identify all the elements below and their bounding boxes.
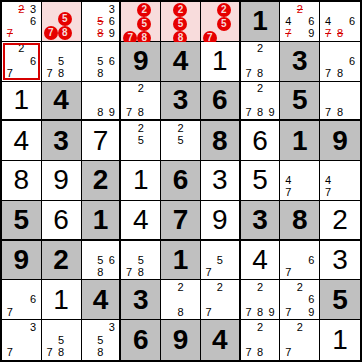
candidate-7: 7 <box>282 187 294 199</box>
cell-r8c4[interactable]: 3 <box>121 280 161 320</box>
candidate-8-eliminated: 8 <box>334 28 346 40</box>
given-digit: 1 <box>93 206 109 234</box>
candidates: 358 <box>82 320 120 360</box>
given-digit: 6 <box>173 166 189 194</box>
candidates: 278 <box>121 82 160 120</box>
candidate-6: 6 <box>306 294 318 306</box>
candidate-6: 6 <box>306 254 318 266</box>
given-digit: 3 <box>292 47 308 75</box>
solved-digit: 5 <box>252 166 268 194</box>
candidates: 258 <box>161 2 200 41</box>
candidate-7: 7 <box>322 106 334 118</box>
candidate-7: 7 <box>322 187 334 199</box>
candidate-3: 3 <box>106 3 117 15</box>
candidate-5: 5 <box>135 135 147 147</box>
candidates: 47 <box>280 161 319 200</box>
cell-r3c6[interactable]: 6 <box>201 82 241 122</box>
candidate-8: 8 <box>254 306 266 318</box>
candidate-8: 8 <box>95 67 106 79</box>
candidate-2-eliminated: 2 <box>294 3 306 15</box>
cell-r7c6[interactable]: 57 <box>201 241 241 281</box>
given-digit: 5 <box>292 86 308 114</box>
candidates: 2789 <box>241 82 280 120</box>
cell-r6c4[interactable]: 4 <box>121 201 161 241</box>
solved-digit: 4 <box>14 127 30 155</box>
cell-r4c7[interactable]: 6 <box>241 121 281 161</box>
solved-digit: 4 <box>252 246 268 274</box>
candidates: 257 <box>201 2 239 41</box>
candidates: 67 <box>2 280 41 319</box>
cell-r8c9[interactable]: 5 <box>320 280 360 320</box>
candidate-8: 8 <box>95 346 106 359</box>
candidate-7: 7 <box>4 346 16 359</box>
cell-r6c2[interactable]: 6 <box>42 201 82 241</box>
cell-r2c2[interactable]: 578 <box>42 42 82 82</box>
cell-r5c5[interactable]: 6 <box>161 161 201 201</box>
candidate-6: 6 <box>27 294 39 306</box>
candidate-2: 2 <box>294 281 306 293</box>
candidate-6: 6 <box>106 254 117 266</box>
cell-r9c1[interactable]: 37 <box>2 320 42 360</box>
candidate-5: 5 <box>55 55 67 67</box>
solved-digit: 3 <box>332 246 348 274</box>
candidate-8: 8 <box>95 106 106 118</box>
candidates: 568 <box>82 241 120 280</box>
candidate-5: 5 <box>214 254 225 266</box>
cell-r8c3[interactable]: 4 <box>82 280 122 320</box>
cell-r2c3[interactable]: 568 <box>82 42 122 82</box>
cell-r5c8[interactable]: 47 <box>280 161 320 201</box>
cell-r5c2[interactable]: 9 <box>42 161 82 201</box>
cell-r6c8[interactable]: 8 <box>280 201 320 241</box>
cell-r4c5[interactable]: 25 <box>161 121 201 161</box>
candidate-3: 3 <box>106 321 117 334</box>
solved-digit: 8 <box>14 166 30 194</box>
solved-digit: 7 <box>93 127 109 155</box>
sudoku-board: 2367578356892578258257124679467826757856… <box>0 0 362 362</box>
given-digit: 9 <box>133 47 149 75</box>
candidates: 25 <box>161 121 200 160</box>
given-digit: 3 <box>53 127 69 155</box>
candidates: 678 <box>320 42 360 81</box>
given-digit: 5 <box>14 206 30 234</box>
cell-r4c9[interactable]: 9 <box>320 121 360 161</box>
candidate-5: 5 <box>95 254 106 266</box>
candidate-6: 6 <box>306 15 318 27</box>
cell-r9c7[interactable]: 278 <box>241 320 281 360</box>
cell-r2c4[interactable]: 9 <box>121 42 161 82</box>
candidate-2-highlighted: 2 <box>217 3 231 17</box>
candidate-5-highlighted: 5 <box>173 17 187 31</box>
cell-r1c5[interactable]: 258 <box>161 2 201 42</box>
cell-r5c7[interactable]: 5 <box>241 161 281 201</box>
candidate-8: 8 <box>175 306 187 318</box>
cell-r1c9[interactable]: 4678 <box>320 2 360 42</box>
cell-r6c6[interactable]: 9 <box>201 201 241 241</box>
candidates: 89 <box>82 82 120 120</box>
candidates: 2789 <box>241 280 280 319</box>
candidates: 2367 <box>2 2 41 41</box>
candidate-7: 7 <box>203 306 214 318</box>
cell-r3c1[interactable]: 1 <box>2 82 42 122</box>
cell-r7c7[interactable]: 4 <box>241 241 281 281</box>
solved-digit: 1 <box>14 86 30 114</box>
candidate-7: 7 <box>44 346 56 359</box>
candidate-6: 6 <box>27 55 39 67</box>
candidate-7: 7 <box>203 266 214 278</box>
cell-r6c3[interactable]: 1 <box>82 201 122 241</box>
candidate-7: 7 <box>44 67 56 79</box>
cell-r8c1[interactable]: 67 <box>2 280 42 320</box>
candidates: 278 <box>241 320 280 360</box>
given-digit: 1 <box>252 7 268 35</box>
cell-r3c8[interactable]: 5 <box>280 82 320 122</box>
candidates: 578 <box>42 320 81 360</box>
cell-r6c1[interactable]: 5 <box>2 201 42 241</box>
cell-r4c3[interactable]: 7 <box>82 121 122 161</box>
cell-r3c9[interactable]: 78 <box>320 82 360 122</box>
candidates: 57 <box>201 241 239 280</box>
candidates: 27 <box>280 320 319 360</box>
candidates: 28 <box>161 280 200 319</box>
candidate-7: 7 <box>282 306 294 318</box>
cell-r7c8[interactable]: 67 <box>280 241 320 281</box>
candidate-8: 8 <box>254 346 266 359</box>
solved-digit: 4 <box>133 206 149 234</box>
solved-digit: 1 <box>133 166 149 194</box>
candidates: 568 <box>82 42 120 81</box>
cell-r2c6[interactable]: 1 <box>201 42 241 82</box>
candidate-2: 2 <box>175 281 187 293</box>
solved-digit: 6 <box>53 206 69 234</box>
cell-r3c4[interactable]: 278 <box>121 82 161 122</box>
cell-r4c2[interactable]: 3 <box>42 121 82 161</box>
candidate-7: 7 <box>243 67 255 79</box>
cell-r1c1[interactable]: 2367 <box>2 2 42 42</box>
candidate-4: 4 <box>282 15 294 27</box>
cell-r8c6[interactable]: 27 <box>201 280 241 320</box>
cell-r3c2[interactable]: 4 <box>42 82 82 122</box>
candidate-6: 6 <box>106 15 117 27</box>
cell-r8c5[interactable]: 28 <box>161 280 201 320</box>
candidate-4: 4 <box>322 15 334 27</box>
cell-r8c2[interactable]: 1 <box>42 280 82 320</box>
candidate-6: 6 <box>346 55 358 67</box>
cell-r5c3[interactable]: 2 <box>82 161 122 201</box>
candidate-8: 8 <box>254 67 266 79</box>
candidate-5: 5 <box>135 254 147 266</box>
cell-r9c6[interactable]: 4 <box>201 320 241 360</box>
candidates: 578 <box>42 2 81 41</box>
candidate-5: 5 <box>175 135 187 147</box>
candidate-8: 8 <box>135 106 147 118</box>
candidates: 2679 <box>280 280 319 319</box>
candidate-8: 8 <box>334 106 346 118</box>
cell-r9c3[interactable]: 358 <box>82 320 122 360</box>
given-digit: 4 <box>212 326 228 354</box>
candidate-2: 2 <box>16 43 28 55</box>
candidate-7: 7 <box>4 67 16 79</box>
candidate-7: 7 <box>243 306 255 318</box>
cell-r7c3[interactable]: 568 <box>82 241 122 281</box>
solved-digit: 9 <box>53 166 69 194</box>
cell-r3c5[interactable]: 3 <box>161 82 201 122</box>
cell-r8c7[interactable]: 2789 <box>241 280 281 320</box>
cell-r4c6[interactable]: 8 <box>201 121 241 161</box>
candidates: 578 <box>42 42 81 81</box>
candidate-8: 8 <box>254 106 266 118</box>
given-digit: 3 <box>133 286 149 314</box>
candidate-2: 2 <box>254 321 266 334</box>
candidate-6: 6 <box>106 55 117 67</box>
given-digit: 9 <box>332 127 348 155</box>
candidate-2-highlighted: 2 <box>137 3 151 17</box>
given-digit: 4 <box>173 47 189 75</box>
given-digit: 9 <box>14 246 30 274</box>
given-digit: 1 <box>292 127 308 155</box>
candidate-2: 2 <box>135 83 147 95</box>
candidate-7-eliminated: 7 <box>282 28 294 40</box>
candidates: 24679 <box>280 2 319 41</box>
candidate-4: 4 <box>282 174 294 186</box>
candidate-2: 2 <box>254 43 266 55</box>
candidates: 67 <box>280 241 319 280</box>
candidate-2: 2 <box>254 83 266 95</box>
candidate-5-highlighted: 5 <box>58 12 72 26</box>
cell-r2c9[interactable]: 678 <box>320 42 360 82</box>
candidate-9: 9 <box>106 106 117 118</box>
cell-r8c8[interactable]: 2679 <box>280 280 320 320</box>
cell-r1c2[interactable]: 578 <box>42 2 82 42</box>
given-digit: 7 <box>173 206 189 234</box>
candidate-9: 9 <box>266 306 278 318</box>
candidate-2-highlighted: 2 <box>173 3 187 17</box>
given-digit: 8 <box>212 127 228 155</box>
candidate-5: 5 <box>95 55 106 67</box>
candidate-5-eliminated: 5 <box>95 15 106 27</box>
cell-r4c8[interactable]: 1 <box>280 121 320 161</box>
cell-r9c2[interactable]: 578 <box>42 320 82 360</box>
cell-r1c7[interactable]: 1 <box>241 2 281 42</box>
candidates: 37 <box>2 320 41 360</box>
cell-r3c7[interactable]: 2789 <box>241 82 281 122</box>
candidate-5-highlighted: 5 <box>217 17 231 31</box>
given-digit: 6 <box>133 326 149 354</box>
candidate-2: 2 <box>214 281 225 293</box>
candidate-7: 7 <box>243 106 255 118</box>
cell-r7c1[interactable]: 9 <box>2 241 42 281</box>
candidate-9: 9 <box>306 28 318 40</box>
candidate-2: 2 <box>254 281 266 293</box>
cell-r4c1[interactable]: 4 <box>2 121 42 161</box>
given-digit: 8 <box>292 206 308 234</box>
cell-r1c4[interactable]: 2578 <box>121 2 161 42</box>
candidate-5-highlighted: 5 <box>137 17 151 31</box>
candidate-7: 7 <box>4 306 16 318</box>
candidates: 578 <box>121 241 160 280</box>
candidate-3: 3 <box>27 321 39 334</box>
cell-r3c3[interactable]: 89 <box>82 82 122 122</box>
candidate-8: 8 <box>55 67 67 79</box>
candidate-9: 9 <box>306 306 318 318</box>
candidate-2: 2 <box>135 122 147 134</box>
candidate-8-eliminated: 8 <box>95 28 106 40</box>
solved-digit: 2 <box>332 206 348 234</box>
candidates: 2578 <box>121 2 160 41</box>
cell-r5c4[interactable]: 1 <box>121 161 161 201</box>
candidates: 47 <box>320 161 360 200</box>
solved-digit: 9 <box>212 206 228 234</box>
candidate-7: 7 <box>243 346 255 359</box>
cell-r9c8[interactable]: 27 <box>280 320 320 360</box>
candidate-7: 7 <box>123 266 135 278</box>
candidate-7: 7 <box>123 106 135 118</box>
cell-r1c8[interactable]: 24679 <box>280 2 320 42</box>
given-digit: 5 <box>332 286 348 314</box>
candidates: 25 <box>121 121 160 160</box>
given-digit: 4 <box>93 286 109 314</box>
cell-r7c9[interactable]: 3 <box>320 241 360 281</box>
solved-digit: 1 <box>212 47 228 75</box>
cell-r9c9[interactable]: 1 <box>320 320 360 360</box>
candidate-8: 8 <box>55 346 67 359</box>
given-digit: 1 <box>173 246 189 274</box>
candidates: 278 <box>241 42 280 81</box>
candidate-8-highlighted: 8 <box>58 26 72 40</box>
candidate-7-highlighted: 7 <box>44 26 58 40</box>
candidates: 78 <box>320 82 360 120</box>
given-digit: 9 <box>173 326 189 354</box>
candidate-7: 7 <box>282 346 294 359</box>
cell-r2c5[interactable]: 4 <box>161 42 201 82</box>
cell-r7c5[interactable]: 1 <box>161 241 201 281</box>
cell-r4c4[interactable]: 25 <box>121 121 161 161</box>
given-digit: 3 <box>252 206 268 234</box>
given-digit: 4 <box>53 86 69 114</box>
candidate-5: 5 <box>55 334 67 347</box>
candidates: 4678 <box>320 2 360 41</box>
cell-r5c6[interactable]: 3 <box>201 161 241 201</box>
candidate-7: 7 <box>282 266 294 278</box>
cell-r1c3[interactable]: 35689 <box>82 2 122 42</box>
given-digit: 2 <box>93 166 109 194</box>
cell-r7c2[interactable]: 2 <box>42 241 82 281</box>
candidate-6: 6 <box>346 15 358 27</box>
cell-r5c1[interactable]: 8 <box>2 161 42 201</box>
candidate-7-eliminated: 7 <box>4 28 16 40</box>
cell-r5c9[interactable]: 47 <box>320 161 360 201</box>
given-digit: 2 <box>53 246 69 274</box>
candidate-3: 3 <box>27 3 39 15</box>
cell-r2c8[interactable]: 3 <box>280 42 320 82</box>
candidate-5: 5 <box>95 334 106 347</box>
candidate-8: 8 <box>135 266 147 278</box>
candidate-2: 2 <box>294 321 306 334</box>
cell-r1c6[interactable]: 257 <box>201 2 241 42</box>
solved-digit: 6 <box>252 127 268 155</box>
cell-r6c5[interactable]: 7 <box>161 201 201 241</box>
candidate-8: 8 <box>95 266 106 278</box>
given-digit: 6 <box>212 86 228 114</box>
candidate-9: 9 <box>266 106 278 118</box>
solved-digit: 3 <box>212 166 228 194</box>
candidates: 267 <box>2 42 41 81</box>
candidates: 27 <box>201 280 239 319</box>
cell-r6c7[interactable]: 3 <box>241 201 281 241</box>
candidate-7-eliminated: 7 <box>322 28 334 40</box>
cell-r2c1[interactable]: 267 <box>2 42 42 82</box>
candidate-6: 6 <box>27 15 39 27</box>
cell-r7c4[interactable]: 578 <box>121 241 161 281</box>
candidate-7: 7 <box>322 67 334 79</box>
candidates: 35689 <box>82 2 120 41</box>
cell-r2c7[interactable]: 278 <box>241 42 281 82</box>
candidate-8: 8 <box>334 67 346 79</box>
cell-r9c5[interactable]: 9 <box>161 320 201 360</box>
candidate-4: 4 <box>322 174 334 186</box>
candidate-9: 9 <box>106 28 117 40</box>
candidate-2-eliminated: 2 <box>16 3 28 15</box>
solved-digit: 1 <box>53 286 69 314</box>
solved-digit: 1 <box>332 326 348 354</box>
cell-r6c9[interactable]: 2 <box>320 201 360 241</box>
given-digit: 3 <box>173 86 189 114</box>
candidate-2: 2 <box>175 122 187 134</box>
cell-r9c4[interactable]: 6 <box>121 320 161 360</box>
